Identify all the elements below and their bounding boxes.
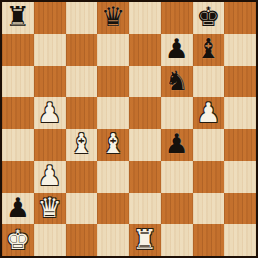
black-pawn[interactable]: ♟ bbox=[165, 35, 189, 62]
square-g6[interactable] bbox=[193, 66, 225, 98]
black-king[interactable]: ♚ bbox=[196, 3, 220, 30]
square-f7[interactable]: ♟ bbox=[161, 34, 193, 66]
square-b7[interactable] bbox=[34, 34, 66, 66]
square-f5[interactable] bbox=[161, 97, 193, 129]
square-d4[interactable]: ♝ bbox=[97, 129, 129, 161]
square-c4[interactable]: ♝ bbox=[66, 129, 98, 161]
square-b2[interactable]: ♛ bbox=[34, 193, 66, 225]
square-h3[interactable] bbox=[224, 161, 256, 193]
white-king[interactable]: ♚ bbox=[6, 226, 30, 253]
square-b8[interactable] bbox=[34, 2, 66, 34]
square-d5[interactable] bbox=[97, 97, 129, 129]
square-g2[interactable] bbox=[193, 193, 225, 225]
square-h6[interactable] bbox=[224, 66, 256, 98]
square-h1[interactable] bbox=[224, 224, 256, 256]
square-d7[interactable] bbox=[97, 34, 129, 66]
square-f3[interactable] bbox=[161, 161, 193, 193]
square-a5[interactable] bbox=[2, 97, 34, 129]
white-rook[interactable]: ♜ bbox=[133, 226, 157, 253]
black-pawn[interactable]: ♟ bbox=[6, 194, 30, 221]
square-a3[interactable] bbox=[2, 161, 34, 193]
black-rook[interactable]: ♜ bbox=[6, 3, 30, 30]
square-e8[interactable] bbox=[129, 2, 161, 34]
square-g7[interactable]: ♝ bbox=[193, 34, 225, 66]
white-bishop[interactable]: ♝ bbox=[69, 130, 93, 157]
square-f2[interactable] bbox=[161, 193, 193, 225]
square-e4[interactable] bbox=[129, 129, 161, 161]
square-a4[interactable] bbox=[2, 129, 34, 161]
chess-board-frame: ♜♛♚♟♝♞♟♟♝♝♟♟♟♛♚♜ bbox=[0, 0, 258, 258]
square-f4[interactable]: ♟ bbox=[161, 129, 193, 161]
white-bishop[interactable]: ♝ bbox=[101, 130, 125, 157]
square-c7[interactable] bbox=[66, 34, 98, 66]
square-f6[interactable]: ♞ bbox=[161, 66, 193, 98]
square-g8[interactable]: ♚ bbox=[193, 2, 225, 34]
square-e6[interactable] bbox=[129, 66, 161, 98]
white-pawn[interactable]: ♟ bbox=[196, 99, 220, 126]
square-a6[interactable] bbox=[2, 66, 34, 98]
square-g4[interactable] bbox=[193, 129, 225, 161]
square-e1[interactable]: ♜ bbox=[129, 224, 161, 256]
black-pawn[interactable]: ♟ bbox=[165, 130, 189, 157]
black-bishop[interactable]: ♝ bbox=[196, 35, 220, 62]
square-f1[interactable] bbox=[161, 224, 193, 256]
square-b6[interactable] bbox=[34, 66, 66, 98]
square-h8[interactable] bbox=[224, 2, 256, 34]
square-h7[interactable] bbox=[224, 34, 256, 66]
square-g5[interactable]: ♟ bbox=[193, 97, 225, 129]
square-c2[interactable] bbox=[66, 193, 98, 225]
square-c3[interactable] bbox=[66, 161, 98, 193]
square-h4[interactable] bbox=[224, 129, 256, 161]
square-a1[interactable]: ♚ bbox=[2, 224, 34, 256]
square-d2[interactable] bbox=[97, 193, 129, 225]
black-knight[interactable]: ♞ bbox=[165, 67, 189, 94]
square-a8[interactable]: ♜ bbox=[2, 2, 34, 34]
square-h2[interactable] bbox=[224, 193, 256, 225]
white-pawn[interactable]: ♟ bbox=[38, 99, 62, 126]
square-d8[interactable]: ♛ bbox=[97, 2, 129, 34]
square-b1[interactable] bbox=[34, 224, 66, 256]
black-queen[interactable]: ♛ bbox=[101, 3, 125, 30]
square-g3[interactable] bbox=[193, 161, 225, 193]
square-g1[interactable] bbox=[193, 224, 225, 256]
white-queen[interactable]: ♛ bbox=[38, 194, 62, 221]
square-a7[interactable] bbox=[2, 34, 34, 66]
square-b5[interactable]: ♟ bbox=[34, 97, 66, 129]
square-d1[interactable] bbox=[97, 224, 129, 256]
square-h5[interactable] bbox=[224, 97, 256, 129]
square-f8[interactable] bbox=[161, 2, 193, 34]
white-pawn[interactable]: ♟ bbox=[38, 162, 62, 189]
square-d3[interactable] bbox=[97, 161, 129, 193]
square-c1[interactable] bbox=[66, 224, 98, 256]
square-b4[interactable] bbox=[34, 129, 66, 161]
square-b3[interactable]: ♟ bbox=[34, 161, 66, 193]
square-e3[interactable] bbox=[129, 161, 161, 193]
square-d6[interactable] bbox=[97, 66, 129, 98]
square-a2[interactable]: ♟ bbox=[2, 193, 34, 225]
square-c8[interactable] bbox=[66, 2, 98, 34]
square-e2[interactable] bbox=[129, 193, 161, 225]
square-c6[interactable] bbox=[66, 66, 98, 98]
chess-board: ♜♛♚♟♝♞♟♟♝♝♟♟♟♛♚♜ bbox=[2, 2, 256, 256]
square-e5[interactable] bbox=[129, 97, 161, 129]
square-e7[interactable] bbox=[129, 34, 161, 66]
square-c5[interactable] bbox=[66, 97, 98, 129]
